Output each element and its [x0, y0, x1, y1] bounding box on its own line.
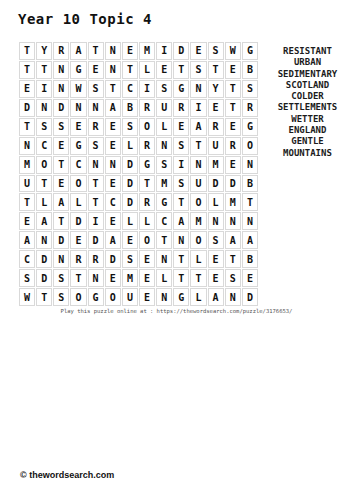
- grid-cell-r5c9[interactable]: L: [156, 118, 172, 136]
- grid-cell-r4c8[interactable]: R: [139, 99, 155, 117]
- grid-cell-r12c13[interactable]: T: [225, 250, 241, 268]
- grid-cell-r1c9[interactable]: I: [156, 42, 172, 60]
- grid-cell-r3c3[interactable]: N: [53, 80, 69, 98]
- grid-cell-r12c7[interactable]: S: [122, 250, 138, 268]
- grid-cell-r1c12[interactable]: S: [208, 42, 224, 60]
- grid-cell-r7c9[interactable]: S: [156, 156, 172, 174]
- grid-cell-r7c7[interactable]: D: [122, 156, 138, 174]
- grid-cell-r13c5[interactable]: N: [88, 269, 104, 287]
- grid-cell-r8c12[interactable]: D: [208, 175, 224, 193]
- word-list-item: RESISTANT: [262, 46, 353, 57]
- grid-cell-r14c12[interactable]: A: [208, 288, 224, 306]
- grid-cell-r5c1[interactable]: T: [19, 118, 35, 136]
- grid-cell-r9c14[interactable]: T: [242, 193, 258, 211]
- grid-cell-r6c8[interactable]: R: [139, 137, 155, 155]
- grid-cell-r1c4[interactable]: A: [70, 42, 86, 60]
- grid-cell-r4c10[interactable]: R: [173, 99, 189, 117]
- grid-cell-r3c10[interactable]: G: [173, 80, 189, 98]
- grid-cell-r9c13[interactable]: M: [225, 193, 241, 211]
- grid-cell-r11c9[interactable]: T: [156, 231, 172, 249]
- grid-cell-r1c7[interactable]: E: [122, 42, 138, 60]
- grid-cell-r13c10[interactable]: T: [173, 269, 189, 287]
- grid-cell-r11c6[interactable]: A: [105, 231, 121, 249]
- page-title: Year 10 Topic 4: [18, 11, 152, 27]
- grid-cell-r3c1[interactable]: E: [19, 80, 35, 98]
- grid-cell-r10c8[interactable]: L: [139, 212, 155, 230]
- grid-cell-r11c12[interactable]: S: [208, 231, 224, 249]
- grid-cell-r2c8[interactable]: L: [139, 61, 155, 79]
- grid-cell-r2c13[interactable]: E: [225, 61, 241, 79]
- word-list-item: MOUNTAINS: [262, 148, 353, 159]
- grid-cell-r3c11[interactable]: N: [190, 80, 206, 98]
- grid-cell-r10c3[interactable]: T: [53, 212, 69, 230]
- grid-cell-r10c2[interactable]: A: [36, 212, 52, 230]
- word-search-page: Year 10 Topic 4 TYRATNEMIDESWGTTNGENTLET…: [0, 0, 353, 500]
- grid-cell-r9c5[interactable]: T: [88, 193, 104, 211]
- grid-cell-r8c7[interactable]: D: [122, 175, 138, 193]
- grid-cell-r2c11[interactable]: S: [190, 61, 206, 79]
- grid-cell-r3c8[interactable]: I: [139, 80, 155, 98]
- grid-cell-r2c4[interactable]: G: [70, 61, 86, 79]
- grid-cell-r10c11[interactable]: M: [190, 212, 206, 230]
- grid-cell-r1c13[interactable]: W: [225, 42, 241, 60]
- grid-cell-r6c12[interactable]: U: [208, 137, 224, 155]
- grid-cell-r12c5[interactable]: R: [88, 250, 104, 268]
- grid-cell-r4c13[interactable]: T: [225, 99, 241, 117]
- grid-cell-r10c13[interactable]: N: [225, 212, 241, 230]
- grid-cell-r14c14[interactable]: D: [242, 288, 258, 306]
- grid-cell-r9c1[interactable]: T: [19, 193, 35, 211]
- grid-cell-r3c5[interactable]: S: [88, 80, 104, 98]
- grid-cell-r4c11[interactable]: I: [190, 99, 206, 117]
- grid-cell-r5c6[interactable]: E: [105, 118, 121, 136]
- grid-cell-r7c6[interactable]: N: [105, 156, 121, 174]
- word-search-grid: TYRATNEMIDESWGTTNGENTLETSTEBEINWSTCISGNY…: [19, 42, 258, 306]
- grid-cell-r13c8[interactable]: E: [139, 269, 155, 287]
- grid-cell-r6c2[interactable]: C: [36, 137, 52, 155]
- grid-cell-r8c13[interactable]: D: [225, 175, 241, 193]
- grid-cell-r13c3[interactable]: S: [53, 269, 69, 287]
- grid-cell-r11c11[interactable]: O: [190, 231, 206, 249]
- grid-cell-r8c8[interactable]: T: [139, 175, 155, 193]
- grid-cell-r5c13[interactable]: E: [225, 118, 241, 136]
- grid-cell-r9c2[interactable]: L: [36, 193, 52, 211]
- grid-cell-r13c14[interactable]: E: [242, 269, 258, 287]
- grid-cell-r4c5[interactable]: N: [88, 99, 104, 117]
- grid-cell-r13c9[interactable]: L: [156, 269, 172, 287]
- grid-cell-r8c4[interactable]: O: [70, 175, 86, 193]
- grid-cell-r5c12[interactable]: R: [208, 118, 224, 136]
- grid-cell-r3c6[interactable]: T: [105, 80, 121, 98]
- grid-cell-r7c5[interactable]: N: [88, 156, 104, 174]
- word-list-item: SEDIMENTARY: [262, 69, 353, 80]
- grid-cell-r6c9[interactable]: N: [156, 137, 172, 155]
- grid-cell-r6c1[interactable]: N: [19, 137, 35, 155]
- grid-cell-r1c2[interactable]: Y: [36, 42, 52, 60]
- play-online-note: Play this puzzle online at : https://the…: [0, 308, 353, 314]
- grid-cell-r10c10[interactable]: A: [173, 212, 189, 230]
- grid-cell-r9c12[interactable]: L: [208, 193, 224, 211]
- grid-cell-r7c8[interactable]: G: [139, 156, 155, 174]
- grid-cell-r7c11[interactable]: N: [190, 156, 206, 174]
- word-list-item: ENGLAND: [262, 125, 353, 136]
- copyright-logo: © thewordsearch.com: [20, 470, 114, 480]
- word-list-item: GENTLE: [262, 136, 353, 147]
- grid-cell-r13c1[interactable]: S: [19, 269, 35, 287]
- grid-cell-r2c2[interactable]: T: [36, 61, 52, 79]
- grid-cell-r1c3[interactable]: R: [53, 42, 69, 60]
- grid-cell-r1c11[interactable]: E: [190, 42, 206, 60]
- grid-cell-r6c7[interactable]: L: [122, 137, 138, 155]
- grid-cell-r8c14[interactable]: B: [242, 175, 258, 193]
- grid-cell-r11c14[interactable]: A: [242, 231, 258, 249]
- grid-cell-r2c7[interactable]: T: [122, 61, 138, 79]
- grid-cell-r6c10[interactable]: S: [173, 137, 189, 155]
- grid-cell-r13c7[interactable]: M: [122, 269, 138, 287]
- grid-cell-r6c3[interactable]: E: [53, 137, 69, 155]
- grid-cell-r14c11[interactable]: L: [190, 288, 206, 306]
- grid-cell-r7c3[interactable]: T: [53, 156, 69, 174]
- grid-cell-r5c3[interactable]: S: [53, 118, 69, 136]
- word-list-item: SETTLEMENTS: [262, 102, 353, 113]
- grid-cell-r14c5[interactable]: G: [88, 288, 104, 306]
- grid-cell-r5c8[interactable]: O: [139, 118, 155, 136]
- grid-cell-r10c1[interactable]: E: [19, 212, 35, 230]
- grid-cell-r4c3[interactable]: D: [53, 99, 69, 117]
- grid-cell-r3c12[interactable]: Y: [208, 80, 224, 98]
- grid-cell-r4c12[interactable]: E: [208, 99, 224, 117]
- grid-cell-r2c6[interactable]: N: [105, 61, 121, 79]
- grid-cell-r3c9[interactable]: S: [156, 80, 172, 98]
- grid-cell-r4c2[interactable]: N: [36, 99, 52, 117]
- grid-cell-r11c7[interactable]: E: [122, 231, 138, 249]
- grid-cell-r8c2[interactable]: T: [36, 175, 52, 193]
- grid-cell-r5c4[interactable]: E: [70, 118, 86, 136]
- grid-cell-r14c13[interactable]: N: [225, 288, 241, 306]
- grid-cell-r12c8[interactable]: E: [139, 250, 155, 268]
- grid-cell-r4c4[interactable]: N: [70, 99, 86, 117]
- grid-cell-r1c5[interactable]: T: [88, 42, 104, 60]
- grid-cell-r12c6[interactable]: D: [105, 250, 121, 268]
- grid-cell-r5c5[interactable]: R: [88, 118, 104, 136]
- grid-cell-r12c2[interactable]: D: [36, 250, 52, 268]
- grid-cell-r7c2[interactable]: O: [36, 156, 52, 174]
- grid-cell-r7c12[interactable]: M: [208, 156, 224, 174]
- grid-cell-r14c2[interactable]: T: [36, 288, 52, 306]
- grid-cell-r14c3[interactable]: S: [53, 288, 69, 306]
- grid-cell-r12c11[interactable]: L: [190, 250, 206, 268]
- grid-cell-r6c5[interactable]: S: [88, 137, 104, 155]
- grid-cell-r4c14[interactable]: R: [242, 99, 258, 117]
- grid-cell-r10c12[interactable]: N: [208, 212, 224, 230]
- grid-cell-r11c4[interactable]: E: [70, 231, 86, 249]
- grid-cell-r7c14[interactable]: N: [242, 156, 258, 174]
- grid-cell-r8c5[interactable]: T: [88, 175, 104, 193]
- grid-cell-r12c3[interactable]: N: [53, 250, 69, 268]
- grid-cell-r12c10[interactable]: T: [173, 250, 189, 268]
- grid-cell-r5c7[interactable]: S: [122, 118, 138, 136]
- grid-cell-r8c9[interactable]: M: [156, 175, 172, 193]
- grid-cell-r10c6[interactable]: E: [105, 212, 121, 230]
- grid-cell-r1c6[interactable]: N: [105, 42, 121, 60]
- grid-cell-r7c10[interactable]: I: [173, 156, 189, 174]
- grid-cell-r9c8[interactable]: R: [139, 193, 155, 211]
- grid-cell-r9c6[interactable]: C: [105, 193, 121, 211]
- grid-cell-r3c14[interactable]: S: [242, 80, 258, 98]
- grid-cell-r6c11[interactable]: T: [190, 137, 206, 155]
- grid-cell-r13c2[interactable]: D: [36, 269, 52, 287]
- grid-cell-r11c10[interactable]: N: [173, 231, 189, 249]
- grid-cell-r14c1[interactable]: W: [19, 288, 35, 306]
- grid-cell-r8c10[interactable]: S: [173, 175, 189, 193]
- grid-cell-r14c8[interactable]: E: [139, 288, 155, 306]
- grid-cell-r4c1[interactable]: D: [19, 99, 35, 117]
- word-list: RESISTANTURBANSEDIMENTARYSCOTLANDCOLDERS…: [262, 46, 353, 159]
- grid-cell-r13c12[interactable]: E: [208, 269, 224, 287]
- grid-cell-r12c4[interactable]: R: [70, 250, 86, 268]
- grid-cell-r2c12[interactable]: T: [208, 61, 224, 79]
- word-list-item: SCOTLAND: [262, 80, 353, 91]
- grid-cell-r13c11[interactable]: T: [190, 269, 206, 287]
- grid-cell-r12c1[interactable]: C: [19, 250, 35, 268]
- grid-cell-r9c10[interactable]: T: [173, 193, 189, 211]
- grid-cell-r14c10[interactable]: G: [173, 288, 189, 306]
- grid-cell-r10c9[interactable]: C: [156, 212, 172, 230]
- grid-cell-r12c9[interactable]: N: [156, 250, 172, 268]
- grid-cell-r14c9[interactable]: N: [156, 288, 172, 306]
- grid-cell-r13c6[interactable]: E: [105, 269, 121, 287]
- grid-cell-r12c14[interactable]: B: [242, 250, 258, 268]
- grid-cell-r5c14[interactable]: G: [242, 118, 258, 136]
- grid-cell-r12c12[interactable]: E: [208, 250, 224, 268]
- grid-cell-r3c2[interactable]: I: [36, 80, 52, 98]
- grid-cell-r5c2[interactable]: S: [36, 118, 52, 136]
- grid-cell-r2c10[interactable]: T: [173, 61, 189, 79]
- grid-cell-r14c4[interactable]: O: [70, 288, 86, 306]
- word-list-item: URBAN: [262, 57, 353, 68]
- grid-cell-r8c3[interactable]: E: [53, 175, 69, 193]
- grid-cell-r10c4[interactable]: D: [70, 212, 86, 230]
- grid-cell-r2c3[interactable]: N: [53, 61, 69, 79]
- grid-cell-r5c10[interactable]: E: [173, 118, 189, 136]
- grid-cell-r2c14[interactable]: B: [242, 61, 258, 79]
- grid-cell-r6c4[interactable]: G: [70, 137, 86, 155]
- grid-cell-r8c1[interactable]: U: [19, 175, 35, 193]
- word-list-item: COLDER: [262, 91, 353, 102]
- grid-cell-r8c11[interactable]: U: [190, 175, 206, 193]
- grid-cell-r1c1[interactable]: T: [19, 42, 35, 60]
- grid-cell-r9c3[interactable]: A: [53, 193, 69, 211]
- grid-cell-r11c1[interactable]: A: [19, 231, 35, 249]
- word-list-item: WETTER: [262, 114, 353, 125]
- grid-cell-r1c14[interactable]: G: [242, 42, 258, 60]
- grid-cell-r10c14[interactable]: N: [242, 212, 258, 230]
- grid-cell-r9c7[interactable]: D: [122, 193, 138, 211]
- grid-cell-r11c8[interactable]: O: [139, 231, 155, 249]
- grid-cell-r3c13[interactable]: T: [225, 80, 241, 98]
- grid-cell-r9c9[interactable]: G: [156, 193, 172, 211]
- grid-cell-r13c4[interactable]: T: [70, 269, 86, 287]
- grid-cell-r2c9[interactable]: E: [156, 61, 172, 79]
- grid-cell-r4c7[interactable]: B: [122, 99, 138, 117]
- grid-cell-r14c6[interactable]: O: [105, 288, 121, 306]
- grid-cell-r11c13[interactable]: A: [225, 231, 241, 249]
- grid-cell-r9c11[interactable]: O: [190, 193, 206, 211]
- grid-cell-r5c11[interactable]: A: [190, 118, 206, 136]
- grid-cell-r1c10[interactable]: D: [173, 42, 189, 60]
- grid-cell-r3c7[interactable]: C: [122, 80, 138, 98]
- grid-cell-r6c6[interactable]: E: [105, 137, 121, 155]
- grid-cell-r2c5[interactable]: E: [88, 61, 104, 79]
- grid-cell-r6c13[interactable]: R: [225, 137, 241, 155]
- grid-cell-r10c7[interactable]: L: [122, 212, 138, 230]
- grid-cell-r6c14[interactable]: O: [242, 137, 258, 155]
- grid-cell-r9c4[interactable]: L: [70, 193, 86, 211]
- grid-cell-r4c6[interactable]: A: [105, 99, 121, 117]
- grid-cell-r7c13[interactable]: E: [225, 156, 241, 174]
- grid-cell-r13c13[interactable]: S: [225, 269, 241, 287]
- grid-cell-r11c5[interactable]: D: [88, 231, 104, 249]
- grid-cell-r11c2[interactable]: N: [36, 231, 52, 249]
- grid-cell-r7c4[interactable]: C: [70, 156, 86, 174]
- grid-cell-r8c6[interactable]: E: [105, 175, 121, 193]
- grid-cell-r1c8[interactable]: M: [139, 42, 155, 60]
- grid-cell-r10c5[interactable]: I: [88, 212, 104, 230]
- grid-cell-r3c4[interactable]: W: [70, 80, 86, 98]
- grid-cell-r2c1[interactable]: T: [19, 61, 35, 79]
- grid-cell-r4c9[interactable]: U: [156, 99, 172, 117]
- grid-cell-r7c1[interactable]: M: [19, 156, 35, 174]
- grid-cell-r14c7[interactable]: U: [122, 288, 138, 306]
- grid-cell-r11c3[interactable]: D: [53, 231, 69, 249]
